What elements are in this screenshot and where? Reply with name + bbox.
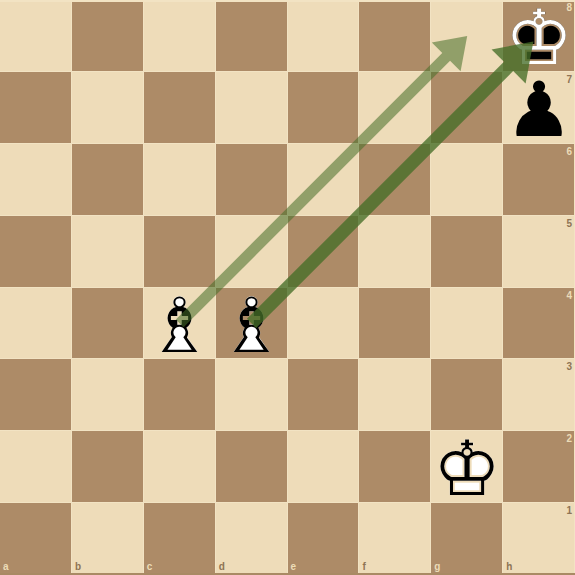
square-b6[interactable]: [72, 144, 144, 216]
square-a8[interactable]: [0, 0, 72, 72]
square-c7[interactable]: [144, 72, 216, 144]
square-g8[interactable]: [431, 0, 503, 72]
square-f3[interactable]: [359, 359, 431, 431]
square-a6[interactable]: [0, 144, 72, 216]
square-f7[interactable]: [359, 72, 431, 144]
square-e6[interactable]: [288, 144, 360, 216]
square-g5[interactable]: [431, 216, 503, 288]
square-f2[interactable]: [359, 431, 431, 503]
square-g6[interactable]: [431, 144, 503, 216]
square-h5[interactable]: [503, 216, 575, 288]
square-e1[interactable]: [288, 503, 360, 575]
board-edge-top: [0, 0, 575, 2]
chess-board: ♚♔♟♝♗♝♗♚♔ abcdefgh12345678: [0, 0, 575, 575]
square-d5[interactable]: [216, 216, 288, 288]
piece-black-pawn-h7[interactable]: ♟: [503, 72, 575, 144]
square-g3[interactable]: [431, 359, 503, 431]
square-a5[interactable]: [0, 216, 72, 288]
square-g4[interactable]: [431, 288, 503, 360]
square-e5[interactable]: [288, 216, 360, 288]
square-h1[interactable]: [503, 503, 575, 575]
square-a4[interactable]: [0, 288, 72, 360]
square-e7[interactable]: [288, 72, 360, 144]
white-bishop-glyph: ♝: [144, 288, 216, 360]
square-e8[interactable]: [288, 0, 360, 72]
square-b3[interactable]: [72, 359, 144, 431]
square-d8[interactable]: [216, 0, 288, 72]
square-a1[interactable]: [0, 503, 72, 575]
square-c1[interactable]: [144, 503, 216, 575]
square-f6[interactable]: [359, 144, 431, 216]
square-b8[interactable]: [72, 0, 144, 72]
white-king-outline: ♔: [431, 431, 503, 503]
square-b2[interactable]: [72, 431, 144, 503]
white-bishop-outline: ♗: [144, 288, 216, 360]
square-g1[interactable]: [431, 503, 503, 575]
square-c5[interactable]: [144, 216, 216, 288]
white-bishop-outline: ♗: [216, 288, 288, 360]
square-b5[interactable]: [72, 216, 144, 288]
black-king-outline: ♔: [503, 0, 575, 72]
square-h6[interactable]: [503, 144, 575, 216]
square-e2[interactable]: [288, 431, 360, 503]
square-d2[interactable]: [216, 431, 288, 503]
black-pawn-glyph: ♟: [503, 72, 575, 144]
square-a3[interactable]: [0, 359, 72, 431]
square-c6[interactable]: [144, 144, 216, 216]
square-a2[interactable]: [0, 431, 72, 503]
square-d1[interactable]: [216, 503, 288, 575]
square-c3[interactable]: [144, 359, 216, 431]
square-e3[interactable]: [288, 359, 360, 431]
square-a7[interactable]: [0, 72, 72, 144]
square-f4[interactable]: [359, 288, 431, 360]
piece-black-king-h8[interactable]: ♚♔: [503, 0, 575, 72]
black-king-glyph: ♚: [503, 0, 575, 72]
square-f5[interactable]: [359, 216, 431, 288]
square-h2[interactable]: [503, 431, 575, 503]
square-f1[interactable]: [359, 503, 431, 575]
white-king-glyph: ♚: [431, 431, 503, 503]
square-c8[interactable]: [144, 0, 216, 72]
square-f8[interactable]: [359, 0, 431, 72]
square-h3[interactable]: [503, 359, 575, 431]
piece-white-king-g2[interactable]: ♚♔: [431, 431, 503, 503]
square-d6[interactable]: [216, 144, 288, 216]
square-g7[interactable]: [431, 72, 503, 144]
piece-white-bishop-d4[interactable]: ♝♗: [216, 288, 288, 360]
square-b1[interactable]: [72, 503, 144, 575]
square-d3[interactable]: [216, 359, 288, 431]
square-h4[interactable]: [503, 288, 575, 360]
square-c2[interactable]: [144, 431, 216, 503]
white-bishop-glyph: ♝: [216, 288, 288, 360]
piece-white-bishop-c4[interactable]: ♝♗: [144, 288, 216, 360]
square-b7[interactable]: [72, 72, 144, 144]
square-d7[interactable]: [216, 72, 288, 144]
square-b4[interactable]: [72, 288, 144, 360]
square-e4[interactable]: [288, 288, 360, 360]
